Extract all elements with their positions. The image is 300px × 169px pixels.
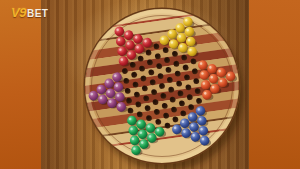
thumbnail[interactable]: V9 BET	[0, 0, 300, 169]
chinese-checkers-board	[77, 1, 247, 169]
logo-v9-mark: V9	[11, 6, 26, 19]
right-orange-panel	[249, 0, 300, 169]
logo-bet-text: BET	[27, 9, 49, 19]
left-orange-panel	[0, 0, 41, 169]
v9bet-logo: V9 BET	[11, 6, 48, 19]
